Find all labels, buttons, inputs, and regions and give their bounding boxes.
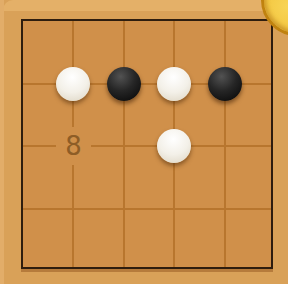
white-stone [56,67,90,101]
intersection-label-8: 8 [56,127,91,165]
white-stone [157,129,191,163]
panel-top-bevel [3,0,288,11]
grid-line-vertical [123,21,125,267]
app-screen: 8 [0,0,288,284]
white-stone [157,67,191,101]
black-stone [208,67,242,101]
board[interactable]: 8 [21,19,273,269]
panel-left-bevel [0,0,4,284]
black-stone [107,67,141,101]
coordinate-label: 8 [65,133,82,159]
grid-line-horizontal [23,208,271,210]
grid-line-vertical [224,21,226,267]
